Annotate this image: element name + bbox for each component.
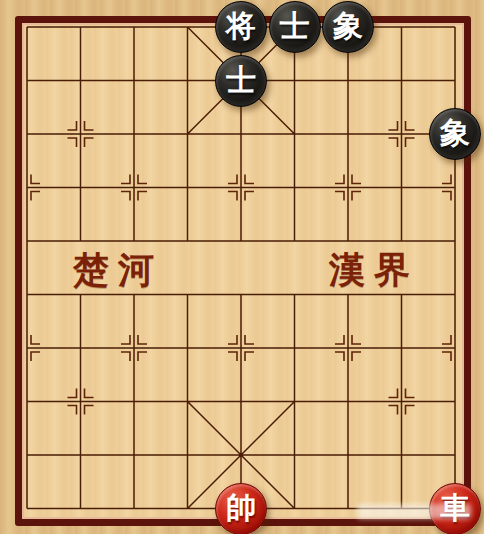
piece-black-advisor-2[interactable]: 士 — [215, 55, 267, 107]
piece-char: 将 — [226, 11, 256, 41]
piece-black-general[interactable]: 将 — [215, 1, 267, 53]
piece-char: 帥 — [226, 493, 256, 523]
piece-char: 士 — [226, 65, 256, 95]
piece-red-general[interactable]: 帥 — [215, 483, 267, 534]
piece-black-elephant-2[interactable]: 象 — [429, 108, 481, 160]
xiangqi-screenshot: 楚河 漢界 将士象士象帥車 — [0, 0, 484, 534]
piece-char: 象 — [440, 118, 470, 148]
piece-char: 車 — [440, 493, 470, 523]
piece-black-elephant-1[interactable]: 象 — [322, 1, 374, 53]
piece-char: 士 — [280, 11, 310, 41]
piece-char: 象 — [333, 11, 363, 41]
piece-black-advisor-1[interactable]: 士 — [269, 1, 321, 53]
board-grid[interactable]: 将士象士象帥車 — [0, 0, 482, 534]
piece-red-chariot[interactable]: 車 — [429, 483, 481, 534]
